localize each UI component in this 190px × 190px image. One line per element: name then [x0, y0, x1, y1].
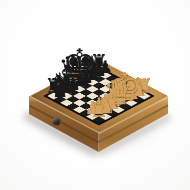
- product-photo-chess-set: ♜♞♝♛♚♝♞♜♟♟♟♟♟♟♟♟♟♟♟♟♟♟♟♟♜♞♝♛♚♝♞♜: [0, 0, 190, 190]
- latch-clasp-icon: [53, 117, 60, 124]
- square-c6: [73, 93, 86, 100]
- square-h2: ♟: [131, 89, 144, 96]
- square-h1: ♜: [138, 93, 151, 100]
